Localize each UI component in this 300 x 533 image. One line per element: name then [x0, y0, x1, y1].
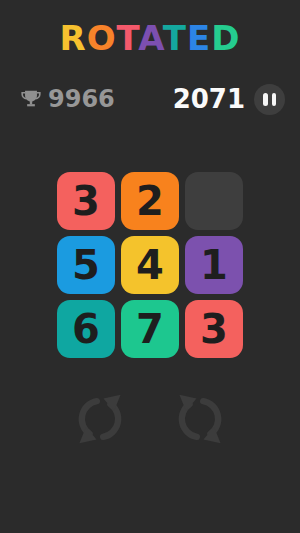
rotate-cw-icon — [171, 390, 229, 448]
title-letter: T — [117, 18, 139, 58]
tile-2: 2 — [121, 172, 179, 230]
best-score: 9966 — [20, 85, 115, 113]
tile-empty — [185, 172, 243, 230]
tile-3: 3 — [185, 300, 243, 358]
pause-icon — [263, 93, 268, 106]
tile-5: 5 — [57, 236, 115, 294]
tile-7: 7 — [121, 300, 179, 358]
score-group: 2071 — [173, 84, 285, 115]
trophy-icon — [20, 88, 42, 110]
rotation-controls — [0, 390, 300, 448]
game-title: ROTATED — [0, 18, 300, 58]
title-letter: T — [163, 18, 187, 58]
title-letter: A — [138, 18, 163, 58]
game-board: 32541673 — [57, 172, 243, 358]
rotate-cw-button[interactable] — [171, 390, 229, 448]
title-letter: D — [211, 18, 240, 58]
stats-bar: 9966 2071 — [20, 83, 285, 115]
pause-button[interactable] — [254, 84, 285, 115]
tile-6: 6 — [57, 300, 115, 358]
current-score: 2071 — [173, 84, 245, 114]
tile-1: 1 — [185, 236, 243, 294]
tile-3: 3 — [57, 172, 115, 230]
best-score-value: 9966 — [48, 85, 115, 113]
title-letter: E — [187, 18, 211, 58]
title-letter: R — [59, 18, 86, 58]
pause-icon — [272, 93, 277, 106]
rotate-ccw-button[interactable] — [71, 390, 129, 448]
title-letter: O — [87, 18, 117, 58]
game-screen: ROTATED 9966 2071 32541673 — [0, 0, 300, 533]
tile-4: 4 — [121, 236, 179, 294]
rotate-ccw-icon — [71, 390, 129, 448]
